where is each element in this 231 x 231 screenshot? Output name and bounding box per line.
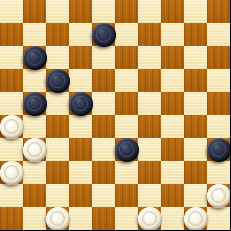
- white-man[interactable]: [138, 207, 162, 231]
- white-man[interactable]: [46, 207, 70, 231]
- light-square: [23, 69, 46, 92]
- light-square: [92, 46, 115, 69]
- dark-square[interactable]: [161, 184, 184, 207]
- black-man[interactable]: [46, 69, 70, 93]
- light-square: [207, 115, 230, 138]
- light-square: [161, 207, 184, 230]
- light-square: [69, 161, 92, 184]
- dark-square[interactable]: [207, 0, 230, 23]
- dark-square[interactable]: [161, 46, 184, 69]
- light-square: [115, 161, 138, 184]
- dark-square[interactable]: [69, 0, 92, 23]
- dark-square[interactable]: [207, 92, 230, 115]
- light-square: [0, 92, 23, 115]
- dark-square[interactable]: [115, 184, 138, 207]
- dark-square[interactable]: [69, 184, 92, 207]
- dark-square[interactable]: [0, 161, 23, 184]
- dark-square[interactable]: [115, 46, 138, 69]
- black-man[interactable]: [69, 92, 93, 116]
- light-square: [23, 115, 46, 138]
- black-man[interactable]: [23, 92, 47, 116]
- dark-square[interactable]: [46, 161, 69, 184]
- light-square: [46, 184, 69, 207]
- dark-square[interactable]: [115, 138, 138, 161]
- light-square: [207, 69, 230, 92]
- dark-square[interactable]: [92, 161, 115, 184]
- light-square: [207, 23, 230, 46]
- dark-square[interactable]: [69, 46, 92, 69]
- light-square: [69, 115, 92, 138]
- dark-square[interactable]: [46, 207, 69, 230]
- dark-square[interactable]: [138, 23, 161, 46]
- light-square: [23, 207, 46, 230]
- light-square: [161, 161, 184, 184]
- dark-square[interactable]: [184, 207, 207, 230]
- light-square: [46, 0, 69, 23]
- dark-square[interactable]: [46, 23, 69, 46]
- dark-square[interactable]: [161, 138, 184, 161]
- light-square: [69, 207, 92, 230]
- dark-square[interactable]: [184, 115, 207, 138]
- dark-square[interactable]: [92, 23, 115, 46]
- light-square: [115, 207, 138, 230]
- light-square: [138, 92, 161, 115]
- dark-square[interactable]: [207, 184, 230, 207]
- light-square: [115, 69, 138, 92]
- light-square: [0, 46, 23, 69]
- black-man[interactable]: [115, 138, 139, 162]
- light-square: [184, 184, 207, 207]
- dark-square[interactable]: [207, 46, 230, 69]
- light-square: [184, 0, 207, 23]
- light-square: [161, 23, 184, 46]
- light-square: [207, 161, 230, 184]
- light-square: [23, 23, 46, 46]
- light-square: [46, 92, 69, 115]
- dark-square[interactable]: [23, 92, 46, 115]
- light-square: [184, 138, 207, 161]
- black-man[interactable]: [23, 46, 47, 70]
- dark-square[interactable]: [138, 207, 161, 230]
- dark-square[interactable]: [0, 207, 23, 230]
- light-square: [138, 0, 161, 23]
- light-square: [161, 69, 184, 92]
- dark-square[interactable]: [207, 138, 230, 161]
- dark-square[interactable]: [161, 0, 184, 23]
- dark-square[interactable]: [184, 23, 207, 46]
- dark-square[interactable]: [46, 115, 69, 138]
- dark-square[interactable]: [92, 115, 115, 138]
- dark-square[interactable]: [184, 69, 207, 92]
- dark-square[interactable]: [138, 69, 161, 92]
- dark-square[interactable]: [138, 161, 161, 184]
- dark-square[interactable]: [23, 184, 46, 207]
- dark-square[interactable]: [161, 92, 184, 115]
- light-square: [92, 0, 115, 23]
- dark-square[interactable]: [115, 92, 138, 115]
- dark-square[interactable]: [92, 69, 115, 92]
- light-square: [0, 138, 23, 161]
- light-square: [115, 115, 138, 138]
- dark-square[interactable]: [46, 69, 69, 92]
- draughts-board: [0, 0, 230, 230]
- dark-square[interactable]: [69, 92, 92, 115]
- light-square: [138, 184, 161, 207]
- dark-square[interactable]: [92, 207, 115, 230]
- dark-square[interactable]: [0, 115, 23, 138]
- black-man[interactable]: [92, 23, 116, 47]
- white-man[interactable]: [207, 184, 231, 208]
- dark-square[interactable]: [23, 0, 46, 23]
- dark-square[interactable]: [23, 138, 46, 161]
- light-square: [46, 46, 69, 69]
- light-square: [161, 115, 184, 138]
- black-man[interactable]: [207, 138, 231, 162]
- dark-square[interactable]: [69, 138, 92, 161]
- light-square: [184, 92, 207, 115]
- white-man[interactable]: [184, 207, 208, 231]
- light-square: [0, 0, 23, 23]
- light-square: [69, 23, 92, 46]
- white-man[interactable]: [0, 161, 24, 185]
- light-square: [0, 184, 23, 207]
- dark-square[interactable]: [0, 69, 23, 92]
- dark-square[interactable]: [23, 46, 46, 69]
- light-square: [69, 69, 92, 92]
- white-man[interactable]: [23, 138, 47, 162]
- light-square: [138, 138, 161, 161]
- dark-square[interactable]: [138, 115, 161, 138]
- light-square: [138, 46, 161, 69]
- light-square: [207, 207, 230, 230]
- light-square: [115, 23, 138, 46]
- light-square: [23, 161, 46, 184]
- light-square: [184, 46, 207, 69]
- light-square: [92, 92, 115, 115]
- light-square: [46, 138, 69, 161]
- white-man[interactable]: [0, 115, 24, 139]
- dark-square[interactable]: [0, 23, 23, 46]
- dark-square[interactable]: [115, 0, 138, 23]
- light-square: [92, 184, 115, 207]
- dark-square[interactable]: [184, 161, 207, 184]
- light-square: [92, 138, 115, 161]
